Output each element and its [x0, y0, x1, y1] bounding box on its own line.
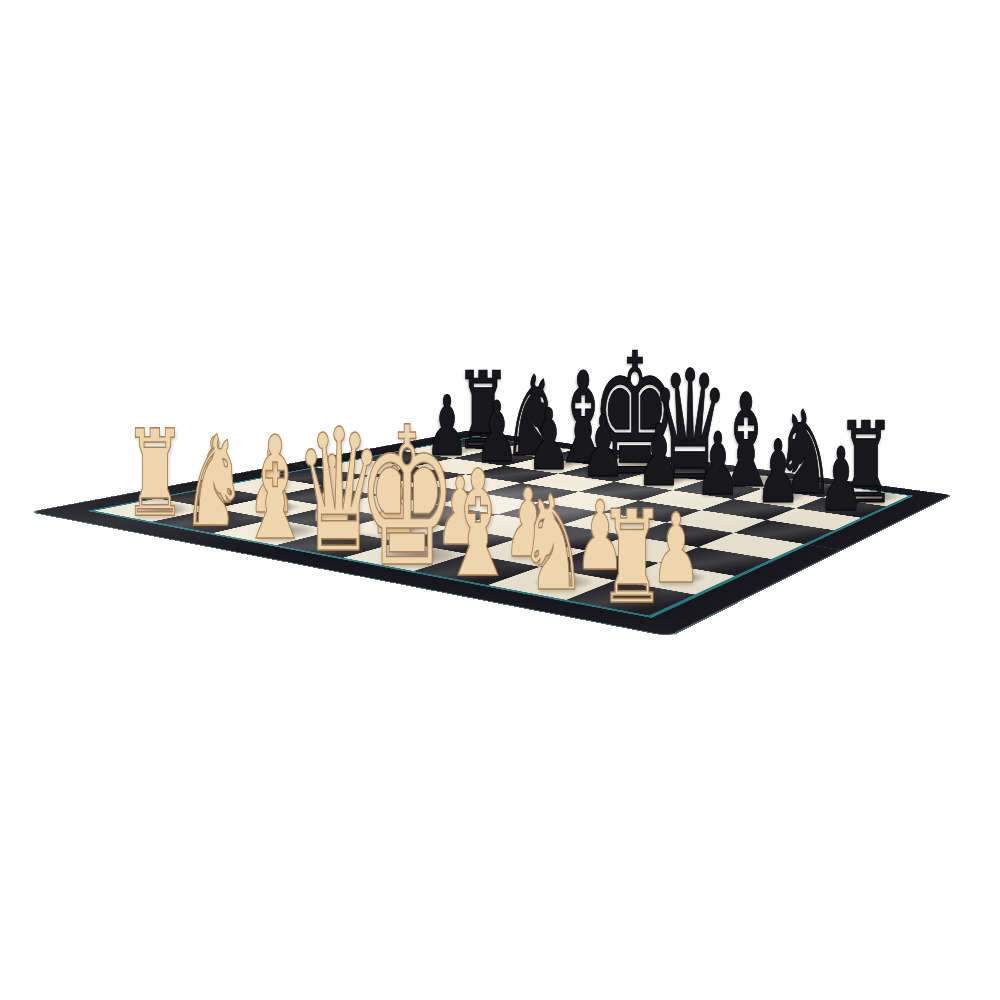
white-knight-b1: ♞	[181, 420, 246, 545]
photo-scene: ♜♞♝♚♛♝♞♜♟♟♟♟♟♟♟♟♟♟♟♟♟♟♟♟♜♞♝♛♚♝♞♜	[0, 0, 1000, 1000]
black-pawn-h7: ♟	[819, 437, 865, 525]
white-knight-g1: ♞	[518, 477, 586, 609]
white-rook-h1: ♜	[598, 494, 665, 623]
black-pawn-f7: ♟	[695, 421, 740, 507]
black-pawn-g7: ♟	[756, 429, 801, 516]
white-rook-a1: ♜	[124, 414, 186, 534]
black-pawn-d7: ♟	[581, 405, 625, 490]
white-bishop-f1: ♝	[439, 451, 515, 598]
